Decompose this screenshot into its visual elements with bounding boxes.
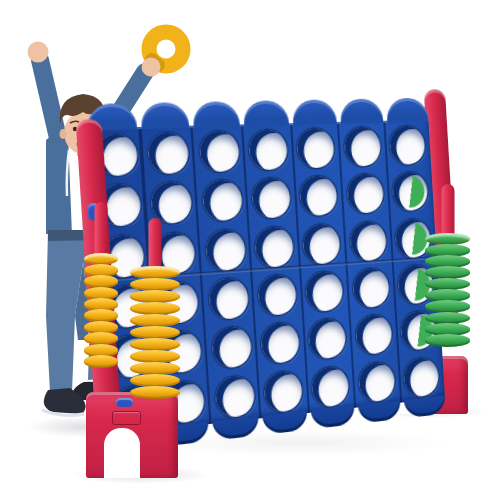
empty-hole [251,178,291,219]
leg-latch-icon[interactable] [116,398,133,407]
green-ring[interactable] [425,334,470,347]
board-cell[interactable] [242,125,293,175]
empty-hole [300,176,339,217]
empty-hole [214,375,255,419]
empty-hole [311,365,349,408]
empty-hole [344,127,382,167]
yellow-ring[interactable] [130,386,180,400]
yellow-ring[interactable] [130,350,180,364]
yellow-ring[interactable] [130,326,180,340]
scallop-bump [339,98,383,123]
board-cell[interactable] [352,356,400,408]
board-cell[interactable] [306,361,356,413]
child-left-fist [28,42,49,63]
product-photo [0,0,488,488]
child-ear-left [60,129,67,139]
empty-hole [403,357,439,398]
board-cell[interactable] [300,266,350,317]
yellow-ring[interactable] [130,362,180,376]
scallop-bump [140,102,189,129]
board-cell[interactable] [202,273,255,326]
empty-hole [254,226,294,268]
board-cell[interactable] [341,170,390,219]
scallop-bump [386,98,429,123]
empty-hole [306,271,345,313]
shoe-sole [42,410,84,415]
empty-hole [248,130,288,171]
empty-hole [260,322,300,365]
empty-hole [208,278,249,321]
scallop-bump [192,101,240,128]
empty-hole [347,174,385,214]
board-cell[interactable] [294,171,344,221]
board-cell[interactable] [205,321,258,374]
board-cell[interactable] [338,123,387,172]
child-shoe-front [44,388,86,414]
child-hoodie-left [46,132,72,236]
empty-hole [308,318,346,360]
empty-hole [202,180,243,222]
yellow-ring[interactable] [130,266,180,280]
empty-hole [358,361,395,403]
scallop-bump [311,406,355,429]
yellow-ring[interactable] [130,278,180,292]
board-cell[interactable] [208,370,261,424]
held-ring-shade [152,60,158,65]
child-brow-left [70,121,79,123]
yellow-ring[interactable] [130,314,180,328]
yellow-ring[interactable] [84,355,118,368]
scallop-bump [358,401,401,424]
empty-hole [392,172,429,212]
child-left-arm [40,60,58,138]
empty-hole [199,131,240,173]
child-right-hand [142,58,161,77]
empty-hole [352,268,389,309]
board-cell[interactable] [398,352,445,403]
empty-hole [349,221,387,262]
empty-hole [211,326,252,370]
board-cell[interactable] [196,175,249,226]
empty-hole [264,370,303,413]
empty-hole [389,126,426,165]
ring-pole [149,218,162,273]
empty-hole [297,128,336,168]
board-cell[interactable] [258,365,309,418]
board-cell[interactable] [387,168,434,217]
board-cell[interactable] [141,128,196,180]
hoodie-drawstring-left [67,150,69,196]
yellow-ring[interactable] [130,338,180,352]
empty-hole [303,223,342,264]
empty-hole [205,229,246,272]
board-cell[interactable] [245,173,296,224]
board-cell[interactable] [291,124,341,173]
embossed-brand-plate [112,411,141,425]
board-cell[interactable] [350,310,398,361]
board-cell[interactable] [384,122,431,170]
ring-pole [95,202,108,260]
held-yellow-ring[interactable] [149,32,183,66]
board-cell[interactable] [192,126,245,177]
empty-hole [355,314,392,356]
board-cell[interactable] [303,313,353,365]
board-cell[interactable] [252,269,303,321]
empty-hole [147,132,189,174]
yellow-ring[interactable] [130,374,180,388]
yellow-ring[interactable] [130,290,180,304]
ring-pole [441,184,454,240]
empty-hole [257,274,297,316]
board-cell[interactable] [347,263,395,313]
left-leg [86,392,178,478]
board-cell[interactable] [255,317,306,370]
yellow-ring[interactable] [130,302,180,316]
scallop-bump [243,100,289,126]
scallop-bump [292,99,337,125]
